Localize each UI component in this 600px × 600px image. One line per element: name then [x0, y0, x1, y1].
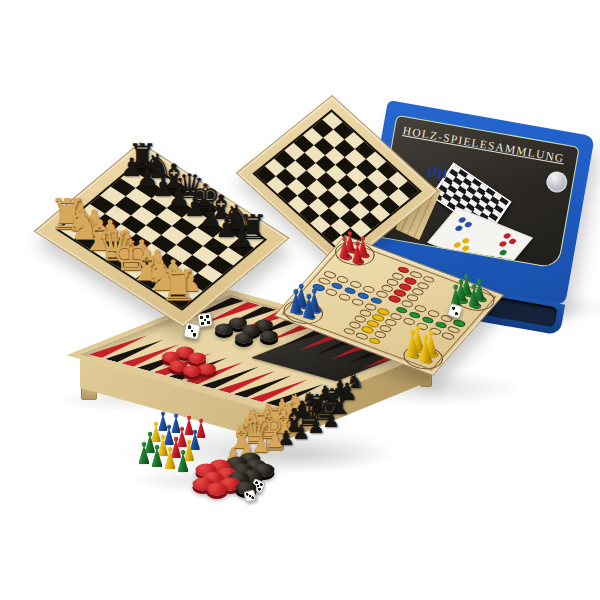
die	[447, 303, 463, 319]
ludo-pawn-red	[183, 415, 194, 435]
draughts-man-red	[183, 365, 201, 376]
draughts-man-black	[260, 330, 278, 341]
draughts-man-black	[235, 332, 253, 343]
natural-chess-piece: ♜	[159, 265, 197, 307]
draughts-man-black	[215, 323, 233, 334]
die	[243, 489, 256, 502]
die	[183, 322, 201, 340]
black-chess-piece: ♟	[231, 226, 254, 251]
draughts-man-red	[188, 352, 206, 363]
product-photo: HOLZ-SPIELESAMMLUNG	[0, 0, 600, 600]
ludo-pawn-red	[195, 418, 206, 438]
ludo-pawn-blue	[157, 411, 168, 431]
pieces-overlay: ♜♞♝♛♚♝♞♜♟♟♟♟♟♟♟♟♟♟♟♟♟♟♟♟♜♞♝♛♚♝♞♜♞♟♟♞♟♜♜♟…	[0, 0, 600, 600]
draughts-man-red	[207, 482, 228, 495]
ludo-pawn-blue	[170, 413, 181, 433]
